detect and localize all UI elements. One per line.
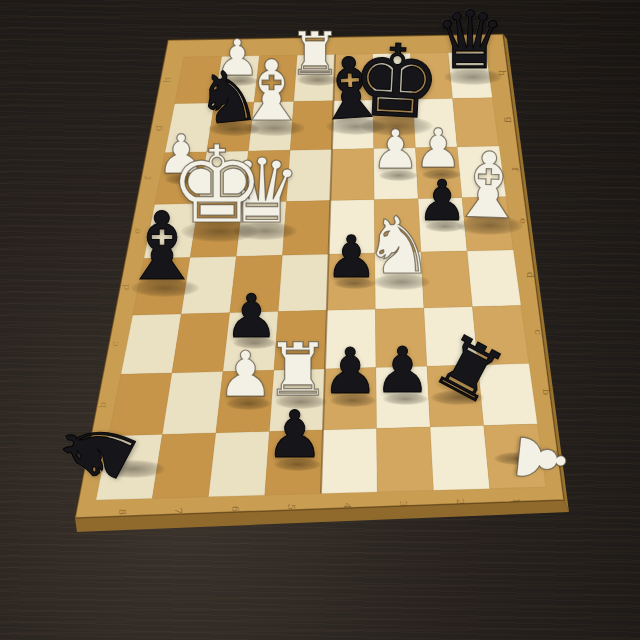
piece-black-bishop-d8[interactable]: ♝ bbox=[120, 200, 204, 294]
piece-black-pawn-d4[interactable]: ♟ bbox=[325, 228, 377, 286]
square-b7[interactable] bbox=[162, 372, 223, 435]
piece-white-pawn-f3[interactable]: ♟ bbox=[371, 124, 419, 178]
square-a3[interactable] bbox=[377, 427, 434, 492]
piece-white-pawn-a1[interactable]: ♟ bbox=[506, 426, 577, 491]
square-d1[interactable] bbox=[467, 250, 521, 307]
square-a4[interactable] bbox=[321, 429, 377, 494]
piece-black-queen-h1[interactable]: ♛ bbox=[434, 1, 506, 81]
square-f4[interactable] bbox=[330, 149, 374, 201]
piece-white-rook-b5[interactable]: ♜ bbox=[265, 333, 330, 406]
piece-black-pawn-b3[interactable]: ♟ bbox=[374, 339, 430, 402]
square-a2[interactable] bbox=[430, 426, 490, 491]
square-a7[interactable] bbox=[152, 433, 216, 498]
square-d5[interactable] bbox=[278, 254, 328, 311]
piece-black-pawn-a5[interactable]: ♟ bbox=[265, 402, 323, 467]
square-a6[interactable] bbox=[209, 431, 270, 496]
